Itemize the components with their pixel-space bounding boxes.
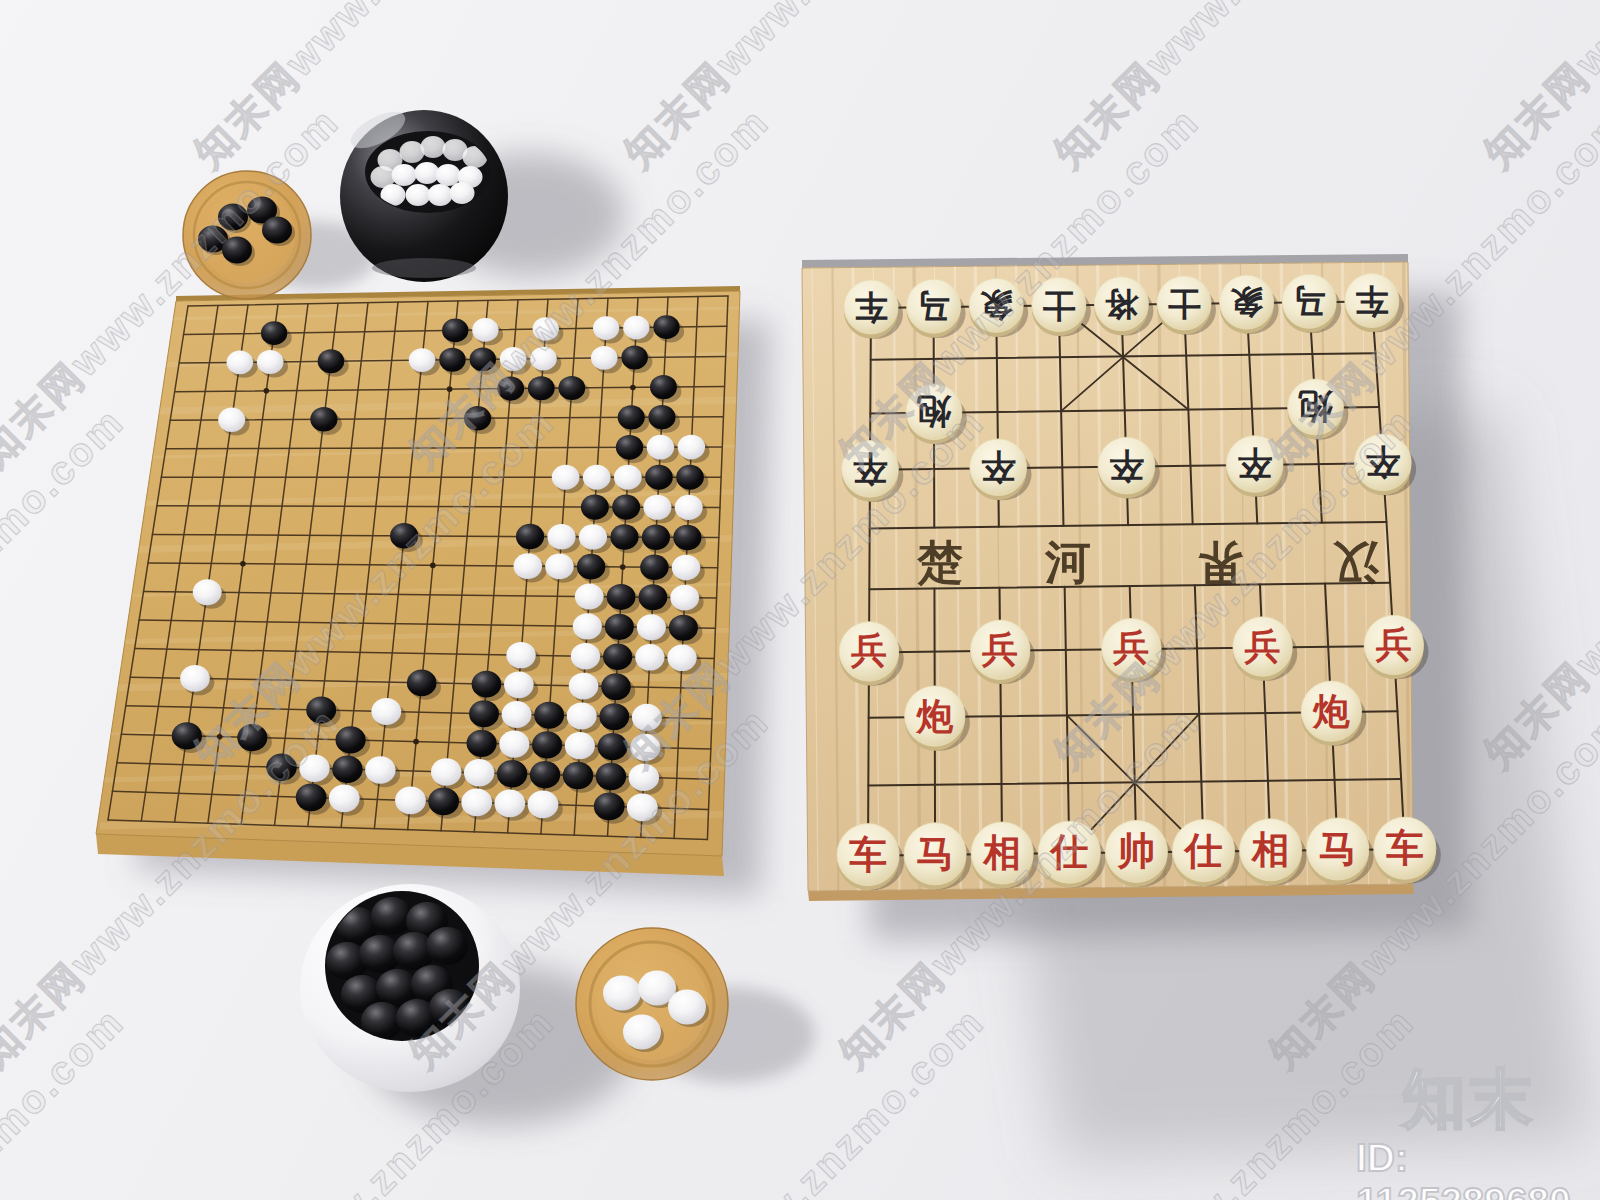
go-stone-black	[464, 406, 491, 430]
go-stone-black	[558, 376, 585, 400]
go-stone-white	[591, 346, 618, 370]
go-stone-black	[621, 346, 648, 370]
bowl-stone-white	[428, 184, 453, 206]
go-star-point	[264, 388, 270, 394]
wooden-tray-top	[183, 171, 311, 299]
go-stone-black	[673, 525, 701, 550]
piece-character: 兵	[981, 630, 1018, 670]
go-stone-white	[545, 554, 574, 580]
go-star-point	[413, 739, 419, 745]
go-stone-white	[329, 784, 360, 812]
xiangqi-board: 楚河界汉车马象士将士象马车炮炮卒卒卒卒卒兵兵兵兵兵炮炮车马相仕帅仕相马车	[802, 254, 1441, 901]
bowl-stone-white	[450, 182, 475, 204]
go-stone-black	[603, 644, 632, 670]
go-stone-black	[610, 524, 638, 549]
tray-stone-white	[668, 990, 706, 1025]
go-stone-white	[614, 465, 642, 490]
piece-character: 车	[849, 834, 887, 876]
piece-character: 炮	[915, 696, 953, 737]
go-stone-black	[497, 760, 527, 787]
go-stone-black	[428, 788, 459, 816]
piece-character: 炮	[1312, 691, 1350, 732]
go-star-point	[630, 385, 636, 391]
tray-stone-white	[623, 1015, 661, 1050]
piece-character: 卒	[1366, 443, 1402, 481]
tray-stone-black	[262, 217, 292, 244]
black-stone-bowl	[340, 104, 508, 282]
brand-logo-text: 知末	[1402, 1056, 1534, 1143]
go-stone-white	[494, 790, 525, 818]
go-stone-black	[390, 523, 418, 548]
go-stone-black	[528, 376, 555, 400]
go-stone-white	[464, 759, 494, 786]
go-stone-white	[635, 644, 664, 670]
bowl-stone-black	[371, 897, 413, 935]
river-label: 界	[1197, 537, 1244, 588]
bowl-stone-white	[400, 141, 425, 163]
go-stone-white	[218, 408, 245, 432]
go-stone-black	[596, 763, 626, 790]
go-stone-black	[467, 730, 497, 757]
go-stone-white	[632, 704, 662, 731]
go-stone-black	[534, 702, 564, 729]
go-stone-white	[567, 702, 597, 729]
go-stone-black	[516, 524, 544, 549]
go-stone-black	[653, 315, 679, 339]
bowl-stone-black	[426, 927, 468, 965]
bowl-stone-white	[436, 164, 461, 186]
go-stone-black	[266, 754, 296, 781]
go-stone-white	[461, 789, 492, 817]
go-stone-black	[577, 554, 606, 580]
bowl-reflection	[372, 258, 476, 278]
bowl-stone-white	[392, 164, 417, 186]
piece-character: 兵	[850, 631, 887, 671]
go-stone-black	[563, 762, 593, 789]
piece-character: 炮	[916, 393, 952, 430]
go-stone-white	[623, 316, 649, 340]
go-stone-white	[299, 755, 329, 782]
piece-character: 仕	[1048, 831, 1088, 873]
go-stone-black	[639, 584, 668, 610]
piece-character: 将	[1105, 286, 1140, 322]
go-stone-white	[180, 665, 210, 692]
go-stone-black	[407, 670, 437, 697]
go-stone-black	[640, 554, 669, 580]
go-stone-white	[500, 347, 527, 371]
go-stone-black	[336, 726, 366, 753]
go-stone-black	[310, 407, 337, 431]
go-stone-white	[514, 553, 543, 579]
go-stone-white	[667, 645, 696, 671]
piece-character: 相	[1251, 829, 1290, 871]
go-stone-black	[332, 755, 362, 782]
bowl-stone-white	[406, 184, 431, 206]
go-stone-white	[643, 495, 671, 520]
go-stone-white	[547, 524, 575, 549]
go-stone-white	[227, 350, 254, 374]
go-stone-black	[442, 319, 468, 343]
go-stone-white	[365, 756, 395, 783]
go-stone-black	[318, 349, 345, 373]
go-stone-white	[499, 730, 529, 757]
go-stone-white	[629, 764, 659, 791]
go-stone-white	[575, 584, 604, 610]
go-stone-black	[296, 783, 327, 811]
go-stone-black	[618, 405, 645, 429]
piece-character: 车	[1386, 827, 1424, 869]
image-id-label: ID: 1125289680	[1356, 1136, 1600, 1200]
piece-character: 马	[1319, 828, 1357, 870]
go-stone-black	[616, 435, 643, 460]
go-stone-black	[261, 321, 287, 345]
go-star-point	[240, 561, 246, 567]
go-stone-black	[648, 405, 675, 429]
go-star-point	[447, 386, 453, 392]
scene-render: 楚河界汉车马象士将士象马车炮炮卒卒卒卒卒兵兵兵兵兵炮炮车马相仕帅仕相马车	[0, 0, 1600, 1200]
go-stone-black	[650, 375, 677, 399]
go-stone-white	[530, 347, 557, 371]
tray-stone-black	[222, 237, 252, 264]
go-stone-black	[306, 697, 336, 724]
go-stone-black	[605, 614, 634, 640]
piece-character: 象	[1230, 284, 1264, 320]
piece-character: 兵	[1375, 625, 1412, 665]
piece-character: 车	[1355, 283, 1388, 319]
go-stone-white	[579, 524, 607, 549]
river-label: 河	[1044, 537, 1091, 588]
go-stone-black	[472, 671, 502, 698]
go-stone-black	[599, 703, 629, 730]
go-stone-black	[642, 525, 670, 550]
piece-character: 士	[1167, 285, 1200, 321]
go-stone-white	[533, 317, 559, 341]
go-stone-black	[601, 673, 631, 700]
go-stone-black	[645, 465, 673, 490]
piece-character: 帅	[1116, 830, 1155, 872]
piece-character: 卒	[853, 450, 889, 488]
go-stone-black	[532, 731, 562, 758]
go-star-point	[620, 564, 626, 570]
piece-character: 相	[982, 832, 1021, 874]
piece-character: 士	[1042, 287, 1075, 323]
go-stone-white	[593, 316, 619, 340]
go-stone-white	[528, 791, 559, 819]
piece-character: 仕	[1183, 830, 1223, 872]
go-stone-black	[669, 615, 698, 641]
go-stone-black	[470, 347, 497, 371]
go-stone-black	[172, 722, 202, 749]
white-stone-bowl	[300, 884, 520, 1092]
bowl-stone-white	[421, 136, 446, 158]
go-stone-black	[497, 376, 524, 400]
piece-character: 车	[854, 289, 887, 325]
piece-character: 卒	[1237, 445, 1273, 483]
go-stone-black	[607, 584, 636, 610]
go-stone-black	[594, 793, 625, 821]
go-stone-white	[637, 614, 666, 640]
go-stone-white	[573, 613, 602, 639]
river-label: 楚	[916, 537, 963, 588]
tray-stone-white	[603, 976, 641, 1011]
go-stone-white	[395, 787, 426, 815]
go-stone-black	[530, 761, 560, 788]
go-stone-white	[257, 350, 284, 374]
go-stone-black	[598, 733, 628, 760]
go-stone-white	[431, 758, 461, 785]
go-star-point	[430, 563, 436, 569]
go-stone-white	[627, 794, 658, 822]
go-board	[96, 286, 745, 876]
go-stone-black	[581, 494, 609, 519]
go-stone-black	[469, 700, 499, 727]
river-label: 汉	[1332, 537, 1380, 588]
go-stone-white	[583, 465, 611, 490]
go-stone-black	[237, 724, 267, 751]
go-stone-white	[672, 555, 701, 581]
go-stone-white	[504, 671, 534, 698]
piece-character: 马	[916, 833, 954, 875]
wooden-tray-bottom	[576, 928, 728, 1080]
go-stone-black	[676, 465, 704, 490]
piece-character: 卒	[1109, 447, 1145, 485]
go-stone-white	[506, 642, 535, 668]
go-stone-white	[678, 435, 705, 460]
go-stone-white	[675, 495, 703, 520]
go-stone-white	[371, 698, 401, 725]
go-stone-white	[409, 348, 436, 372]
go-star-point	[217, 734, 223, 740]
piece-character: 兵	[1112, 628, 1149, 668]
go-stone-white	[565, 732, 595, 759]
go-stone-white	[569, 673, 599, 700]
go-stone-white	[502, 701, 532, 728]
go-stone-black	[439, 348, 466, 372]
go-stone-black	[612, 495, 640, 520]
go-stone-white	[552, 465, 580, 490]
go-stone-white	[647, 435, 674, 460]
tray-stone-black	[218, 204, 248, 231]
go-stone-white	[571, 643, 600, 669]
go-stone-white	[630, 734, 660, 761]
piece-character: 兵	[1243, 627, 1280, 667]
go-stone-white	[472, 318, 498, 342]
go-stone-white	[670, 585, 699, 611]
piece-character: 卒	[981, 448, 1017, 486]
piece-character: 炮	[1298, 388, 1334, 425]
piece-character: 象	[980, 287, 1014, 323]
piece-character: 马	[917, 288, 950, 324]
piece-character: 马	[1293, 283, 1326, 319]
go-stone-white	[193, 579, 222, 605]
